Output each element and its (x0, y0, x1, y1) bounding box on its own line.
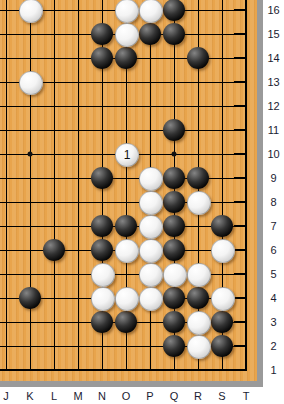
intersection-J10[interactable] (0, 142, 18, 166)
intersection-L10[interactable] (42, 142, 66, 166)
black-stone-Q7 (163, 215, 185, 237)
row-coordinate-labels: 16151413121110987654321 (263, 0, 284, 387)
black-stone-Q15 (163, 23, 185, 45)
row-label-12: 12 (263, 101, 284, 112)
intersection-Q1[interactable] (162, 358, 186, 381)
intersection-M3[interactable] (66, 310, 90, 334)
white-stone-N5 (91, 263, 115, 287)
intersection-R6[interactable] (186, 238, 210, 262)
white-stone-S4 (211, 287, 235, 311)
intersection-O12[interactable] (114, 94, 138, 118)
move-number-label: 1 (124, 149, 131, 161)
black-stone-Q6 (163, 239, 185, 261)
intersection-J4[interactable] (0, 286, 18, 310)
white-stone-O15 (115, 23, 139, 47)
intersection-M2[interactable] (66, 334, 90, 358)
intersection-R15[interactable] (186, 22, 210, 46)
intersection-P14[interactable] (138, 46, 162, 70)
goban[interactable]: 1 (0, 0, 257, 381)
black-stone-O7 (115, 215, 137, 237)
col-label-K: K (22, 391, 38, 402)
intersection-T3[interactable] (234, 310, 257, 334)
star-point-Q10 (172, 152, 177, 157)
intersection-J2[interactable] (0, 334, 18, 358)
black-stone-R9 (187, 167, 209, 189)
intersection-J11[interactable] (0, 118, 18, 142)
intersection-K7[interactable] (18, 214, 42, 238)
intersection-P11[interactable] (138, 118, 162, 142)
intersection-M5[interactable] (66, 262, 90, 286)
intersection-T12[interactable] (234, 94, 257, 118)
intersection-L9[interactable] (42, 166, 66, 190)
intersection-O5[interactable] (114, 262, 138, 286)
intersection-L7[interactable] (42, 214, 66, 238)
intersection-S10[interactable] (210, 142, 234, 166)
intersection-K14[interactable] (18, 46, 42, 70)
intersection-K8[interactable] (18, 190, 42, 214)
black-stone-O14 (115, 47, 137, 69)
intersection-L1[interactable] (42, 358, 66, 381)
white-stone-P16 (139, 0, 163, 23)
intersection-J16[interactable] (0, 0, 18, 22)
black-stone-S2 (211, 335, 233, 357)
row-label-7: 7 (263, 221, 284, 232)
white-stone-P9 (139, 167, 163, 191)
white-stone-R5 (187, 263, 211, 287)
intersection-O9[interactable] (114, 166, 138, 190)
intersection-S12[interactable] (210, 94, 234, 118)
row-label-11: 11 (263, 125, 284, 136)
intersection-M12[interactable] (66, 94, 90, 118)
intersection-R13[interactable] (186, 70, 210, 94)
intersection-J7[interactable] (0, 214, 18, 238)
intersection-T1[interactable] (234, 358, 257, 381)
black-stone-Q9 (163, 167, 185, 189)
intersection-J1[interactable] (0, 358, 18, 381)
intersection-M10[interactable] (66, 142, 90, 166)
white-stone-K16 (19, 0, 43, 23)
intersection-R16[interactable] (186, 0, 210, 22)
intersection-M11[interactable] (66, 118, 90, 142)
intersection-R11[interactable] (186, 118, 210, 142)
intersection-K15[interactable] (18, 22, 42, 46)
row-label-2: 2 (263, 341, 284, 352)
row-label-15: 15 (263, 29, 284, 40)
intersection-J12[interactable] (0, 94, 18, 118)
intersection-N8[interactable] (90, 190, 114, 214)
intersection-N10[interactable] (90, 142, 114, 166)
intersection-M15[interactable] (66, 22, 90, 46)
row-label-3: 3 (263, 317, 284, 328)
intersection-Q12[interactable] (162, 94, 186, 118)
intersection-J5[interactable] (0, 262, 18, 286)
intersection-R12[interactable] (186, 94, 210, 118)
intersection-O13[interactable] (114, 70, 138, 94)
intersection-T4[interactable] (234, 286, 257, 310)
black-stone-N15 (91, 23, 113, 45)
black-stone-N7 (91, 215, 113, 237)
intersection-S11[interactable] (210, 118, 234, 142)
black-stone-Q2 (163, 335, 185, 357)
black-stone-R4 (187, 287, 209, 309)
col-label-Q: Q (166, 391, 182, 402)
intersection-R1[interactable] (186, 358, 210, 381)
white-stone-O6 (115, 239, 139, 263)
white-stone-Q5 (163, 263, 187, 287)
intersection-S16[interactable] (210, 0, 234, 22)
intersection-N11[interactable] (90, 118, 114, 142)
intersection-P2[interactable] (138, 334, 162, 358)
black-stone-N6 (91, 239, 113, 261)
intersection-K12[interactable] (18, 94, 42, 118)
white-stone-P4 (139, 287, 163, 311)
intersection-L2[interactable] (42, 334, 66, 358)
row-label-1: 1 (263, 365, 284, 376)
intersection-O2[interactable] (114, 334, 138, 358)
row-label-16: 16 (263, 5, 284, 16)
white-stone-S6 (211, 239, 235, 263)
black-stone-Q3 (163, 311, 185, 333)
row-label-8: 8 (263, 197, 284, 208)
black-stone-N14 (91, 47, 113, 69)
intersection-T16[interactable] (234, 0, 257, 22)
intersection-S9[interactable] (210, 166, 234, 190)
intersection-L16[interactable] (42, 0, 66, 22)
intersection-M13[interactable] (66, 70, 90, 94)
intersection-K6[interactable] (18, 238, 42, 262)
intersection-S8[interactable] (210, 190, 234, 214)
intersection-J13[interactable] (0, 70, 18, 94)
intersection-J8[interactable] (0, 190, 18, 214)
intersection-T7[interactable] (234, 214, 257, 238)
black-stone-S3 (211, 311, 233, 333)
col-label-T: T (238, 391, 254, 402)
intersection-L5[interactable] (42, 262, 66, 286)
intersection-J9[interactable] (0, 166, 18, 190)
intersection-L11[interactable] (42, 118, 66, 142)
col-label-R: R (190, 391, 206, 402)
white-stone-P6 (139, 239, 163, 263)
col-label-O: O (118, 391, 134, 402)
intersection-N1[interactable] (90, 358, 114, 381)
intersection-T15[interactable] (234, 22, 257, 46)
intersection-S1[interactable] (210, 358, 234, 381)
intersection-K2[interactable] (18, 334, 42, 358)
intersection-M16[interactable] (66, 0, 90, 22)
white-stone-O4 (115, 287, 139, 311)
intersection-K11[interactable] (18, 118, 42, 142)
white-stone-N4 (91, 287, 115, 311)
black-stone-R14 (187, 47, 209, 69)
black-stone-P15 (139, 23, 161, 45)
intersection-T14[interactable] (234, 46, 257, 70)
intersection-J3[interactable] (0, 310, 18, 334)
intersection-K9[interactable] (18, 166, 42, 190)
intersection-K1[interactable] (18, 358, 42, 381)
intersection-M6[interactable] (66, 238, 90, 262)
intersection-P3[interactable] (138, 310, 162, 334)
black-stone-N3 (91, 311, 113, 333)
white-stone-O16 (115, 0, 139, 23)
row-label-6: 6 (263, 245, 284, 256)
col-label-J: J (0, 391, 14, 402)
intersection-P13[interactable] (138, 70, 162, 94)
row-label-9: 9 (263, 173, 284, 184)
intersection-Q14[interactable] (162, 46, 186, 70)
white-stone-R3 (187, 311, 211, 335)
intersection-Q13[interactable] (162, 70, 186, 94)
intersection-J6[interactable] (0, 238, 18, 262)
white-stone-P5 (139, 263, 163, 287)
intersection-O8[interactable] (114, 190, 138, 214)
intersection-O1[interactable] (114, 358, 138, 381)
go-diagram: 1 16151413121110987654321 JKLMNOPQRST (0, 0, 284, 404)
black-stone-Q4 (163, 287, 185, 309)
intersection-T13[interactable] (234, 70, 257, 94)
black-stone-Q11 (163, 119, 185, 141)
intersection-N2[interactable] (90, 334, 114, 358)
intersection-P12[interactable] (138, 94, 162, 118)
intersection-P1[interactable] (138, 358, 162, 381)
intersection-O11[interactable] (114, 118, 138, 142)
black-stone-L6 (43, 239, 65, 261)
black-stone-S7 (211, 215, 233, 237)
intersection-M1[interactable] (66, 358, 90, 381)
intersection-M7[interactable] (66, 214, 90, 238)
intersection-L15[interactable] (42, 22, 66, 46)
row-label-14: 14 (263, 53, 284, 64)
intersection-L14[interactable] (42, 46, 66, 70)
intersection-N16[interactable] (90, 0, 114, 22)
intersection-T6[interactable] (234, 238, 257, 262)
intersection-M8[interactable] (66, 190, 90, 214)
column-coordinate-labels: JKLMNOPQRST (0, 387, 284, 404)
intersection-R7[interactable] (186, 214, 210, 238)
intersection-K3[interactable] (18, 310, 42, 334)
black-stone-O3 (115, 311, 137, 333)
intersection-S13[interactable] (210, 70, 234, 94)
intersection-L4[interactable] (42, 286, 66, 310)
black-stone-K4 (19, 287, 41, 309)
white-stone-P7 (139, 215, 163, 239)
intersection-L3[interactable] (42, 310, 66, 334)
intersection-T5[interactable] (234, 262, 257, 286)
intersection-M9[interactable] (66, 166, 90, 190)
col-label-P: P (142, 391, 158, 402)
intersection-M14[interactable] (66, 46, 90, 70)
white-stone-R8 (187, 191, 211, 215)
intersection-S5[interactable] (210, 262, 234, 286)
white-stone-P8 (139, 191, 163, 215)
row-label-5: 5 (263, 269, 284, 280)
intersection-P10[interactable] (138, 142, 162, 166)
intersection-L13[interactable] (42, 70, 66, 94)
intersection-K5[interactable] (18, 262, 42, 286)
black-stone-Q8 (163, 191, 185, 213)
white-stone-R2 (187, 335, 211, 359)
black-stone-Q16 (163, 0, 185, 21)
intersection-R10[interactable] (186, 142, 210, 166)
intersection-N13[interactable] (90, 70, 114, 94)
intersection-N12[interactable] (90, 94, 114, 118)
col-label-M: M (70, 391, 86, 402)
col-label-L: L (46, 391, 62, 402)
white-stone-O10: 1 (115, 143, 139, 167)
intersection-T8[interactable] (234, 190, 257, 214)
intersection-J14[interactable] (0, 46, 18, 70)
col-label-S: S (214, 391, 230, 402)
black-stone-N9 (91, 167, 113, 189)
intersection-J15[interactable] (0, 22, 18, 46)
intersection-S14[interactable] (210, 46, 234, 70)
row-label-10: 10 (263, 149, 284, 160)
row-label-13: 13 (263, 77, 284, 88)
row-label-4: 4 (263, 293, 284, 304)
intersection-M4[interactable] (66, 286, 90, 310)
intersection-L8[interactable] (42, 190, 66, 214)
intersection-L12[interactable] (42, 94, 66, 118)
white-stone-K13 (19, 71, 43, 95)
col-label-N: N (94, 391, 110, 402)
intersection-T11[interactable] (234, 118, 257, 142)
intersection-T2[interactable] (234, 334, 257, 358)
intersection-T10[interactable] (234, 142, 257, 166)
star-point-K10 (28, 152, 33, 157)
intersection-T9[interactable] (234, 166, 257, 190)
intersection-S15[interactable] (210, 22, 234, 46)
